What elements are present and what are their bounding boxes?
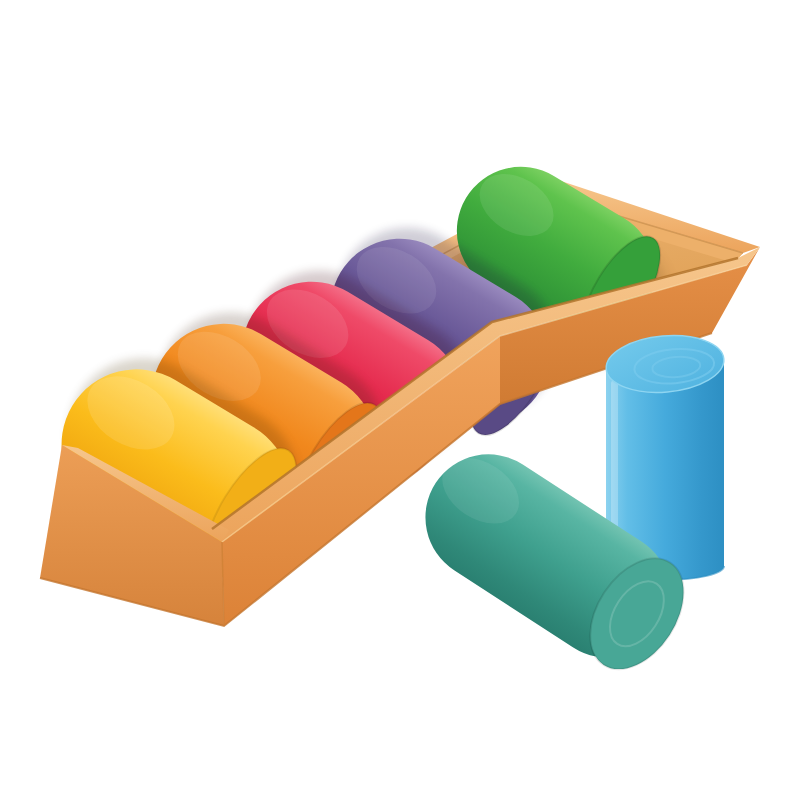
product-photo-stage — [0, 0, 800, 800]
product-image — [0, 0, 800, 800]
